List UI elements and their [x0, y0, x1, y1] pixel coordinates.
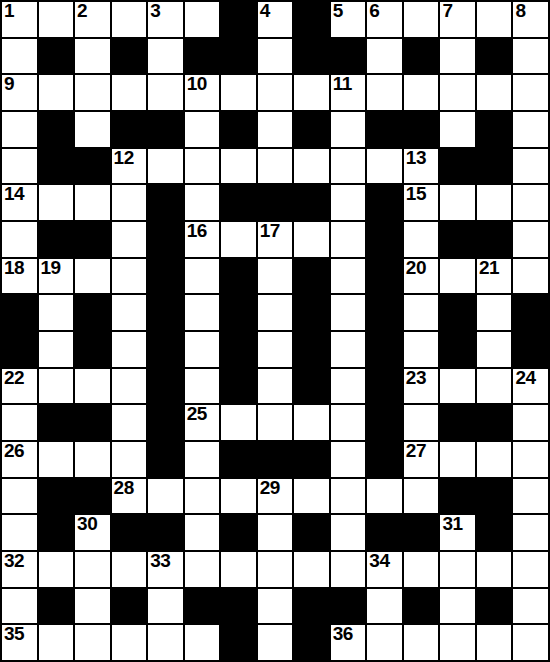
black-cell	[367, 369, 402, 404]
black-cell	[294, 442, 329, 477]
clue-number: 7	[442, 1, 452, 21]
white-cell[interactable]	[112, 332, 147, 367]
white-cell[interactable]	[294, 479, 329, 514]
white-cell[interactable]	[258, 75, 293, 110]
black-cell	[404, 515, 439, 550]
white-cell[interactable]	[404, 552, 439, 587]
white-cell[interactable]: 24	[513, 369, 548, 404]
white-cell[interactable]	[513, 515, 548, 550]
white-cell[interactable]: 9	[2, 75, 37, 110]
black-cell	[440, 405, 475, 440]
white-cell[interactable]	[477, 442, 512, 477]
white-cell[interactable]: 19	[39, 259, 74, 294]
white-cell[interactable]: 26	[2, 442, 37, 477]
black-cell	[39, 515, 74, 550]
clue-number: 15	[406, 184, 426, 204]
white-cell[interactable]	[258, 589, 293, 624]
black-cell	[2, 332, 37, 367]
white-cell[interactable]: 6	[367, 2, 402, 37]
white-cell[interactable]	[477, 369, 512, 404]
white-cell[interactable]	[404, 405, 439, 440]
black-cell	[221, 515, 256, 550]
white-cell[interactable]	[513, 39, 548, 74]
black-cell	[221, 185, 256, 220]
white-cell[interactable]	[39, 552, 74, 587]
white-cell[interactable]	[2, 589, 37, 624]
black-cell	[148, 112, 183, 147]
black-cell	[477, 39, 512, 74]
white-cell[interactable]: 30	[75, 515, 110, 550]
black-cell	[367, 515, 402, 550]
white-cell[interactable]	[75, 185, 110, 220]
white-cell[interactable]: 12	[112, 149, 147, 184]
white-cell[interactable]: 13	[404, 149, 439, 184]
white-cell[interactable]	[294, 405, 329, 440]
black-cell	[221, 332, 256, 367]
white-cell[interactable]	[258, 552, 293, 587]
black-cell	[294, 2, 329, 37]
black-cell	[477, 515, 512, 550]
clue-number: 18	[4, 258, 24, 278]
white-cell[interactable]	[185, 442, 220, 477]
white-cell[interactable]	[221, 552, 256, 587]
black-cell	[75, 295, 110, 330]
clue-number: 4	[260, 1, 270, 21]
white-cell[interactable]	[331, 149, 366, 184]
white-cell[interactable]: 16	[185, 222, 220, 257]
black-cell	[148, 185, 183, 220]
white-cell[interactable]	[513, 552, 548, 587]
white-cell[interactable]: 21	[477, 259, 512, 294]
white-cell[interactable]	[513, 625, 548, 660]
white-cell[interactable]: 20	[404, 259, 439, 294]
clue-number: 30	[77, 514, 97, 534]
clue-number: 35	[4, 624, 24, 644]
white-cell[interactable]: 8	[513, 2, 548, 37]
white-cell[interactable]	[75, 369, 110, 404]
white-cell[interactable]	[294, 149, 329, 184]
white-cell[interactable]	[39, 332, 74, 367]
black-cell	[148, 259, 183, 294]
white-cell[interactable]	[513, 149, 548, 184]
white-cell[interactable]: 2	[75, 2, 110, 37]
white-cell[interactable]	[75, 625, 110, 660]
white-cell[interactable]	[185, 149, 220, 184]
black-cell	[294, 295, 329, 330]
white-cell[interactable]	[2, 112, 37, 147]
white-cell[interactable]	[331, 369, 366, 404]
clue-number: 2	[77, 1, 87, 21]
white-cell[interactable]	[367, 75, 402, 110]
black-cell	[440, 479, 475, 514]
black-cell	[331, 589, 366, 624]
white-cell[interactable]: 29	[258, 479, 293, 514]
black-cell	[258, 185, 293, 220]
white-cell[interactable]	[185, 369, 220, 404]
white-cell[interactable]	[513, 259, 548, 294]
white-cell[interactable]	[112, 295, 147, 330]
black-cell	[294, 259, 329, 294]
white-cell[interactable]	[112, 625, 147, 660]
clue-number: 21	[479, 258, 499, 278]
black-cell	[148, 369, 183, 404]
white-cell[interactable]: 14	[2, 185, 37, 220]
white-cell[interactable]	[258, 39, 293, 74]
black-cell	[294, 185, 329, 220]
white-cell[interactable]	[440, 625, 475, 660]
white-cell[interactable]	[513, 405, 548, 440]
clue-number: 27	[406, 441, 426, 461]
white-cell[interactable]	[258, 625, 293, 660]
white-cell[interactable]	[148, 75, 183, 110]
white-cell[interactable]	[367, 625, 402, 660]
black-cell	[367, 442, 402, 477]
black-cell	[75, 332, 110, 367]
white-cell[interactable]	[404, 222, 439, 257]
black-cell	[148, 515, 183, 550]
white-cell[interactable]	[221, 405, 256, 440]
white-cell[interactable]	[2, 149, 37, 184]
white-cell[interactable]	[258, 112, 293, 147]
white-cell[interactable]	[148, 479, 183, 514]
white-cell[interactable]	[258, 295, 293, 330]
white-cell[interactable]: 18	[2, 259, 37, 294]
white-cell[interactable]	[75, 442, 110, 477]
white-cell[interactable]: 34	[367, 552, 402, 587]
white-cell[interactable]	[294, 552, 329, 587]
black-cell	[221, 39, 256, 74]
white-cell[interactable]	[39, 2, 74, 37]
white-cell[interactable]	[440, 112, 475, 147]
black-cell	[221, 442, 256, 477]
black-cell	[294, 589, 329, 624]
white-cell[interactable]	[2, 39, 37, 74]
clue-number: 29	[260, 478, 280, 498]
white-cell[interactable]	[112, 75, 147, 110]
white-cell[interactable]	[331, 479, 366, 514]
black-cell	[75, 405, 110, 440]
black-cell	[367, 259, 402, 294]
black-cell	[148, 332, 183, 367]
white-cell[interactable]	[440, 75, 475, 110]
white-cell[interactable]	[477, 332, 512, 367]
black-cell	[440, 332, 475, 367]
white-cell[interactable]	[331, 259, 366, 294]
white-cell[interactable]	[367, 39, 402, 74]
black-cell	[404, 39, 439, 74]
black-cell	[367, 332, 402, 367]
black-cell	[513, 332, 548, 367]
white-cell[interactable]	[513, 75, 548, 110]
white-cell[interactable]	[404, 332, 439, 367]
clue-number: 6	[369, 1, 379, 21]
white-cell[interactable]	[112, 2, 147, 37]
white-cell[interactable]: 25	[185, 405, 220, 440]
black-cell	[440, 222, 475, 257]
white-cell[interactable]	[185, 2, 220, 37]
white-cell[interactable]	[39, 185, 74, 220]
white-cell[interactable]: 23	[404, 369, 439, 404]
white-cell[interactable]	[440, 589, 475, 624]
white-cell[interactable]	[75, 39, 110, 74]
white-cell[interactable]	[75, 112, 110, 147]
black-cell	[477, 222, 512, 257]
white-cell[interactable]	[477, 75, 512, 110]
white-cell[interactable]	[39, 295, 74, 330]
black-cell	[148, 405, 183, 440]
white-cell[interactable]	[513, 185, 548, 220]
white-cell[interactable]	[440, 552, 475, 587]
clue-number: 10	[187, 74, 207, 94]
white-cell[interactable]: 27	[404, 442, 439, 477]
white-cell[interactable]	[513, 222, 548, 257]
white-cell[interactable]	[39, 369, 74, 404]
white-cell[interactable]: 11	[331, 75, 366, 110]
white-cell[interactable]	[75, 259, 110, 294]
white-cell[interactable]	[513, 112, 548, 147]
crossword-grid: 1234567891011121314151617181920212223242…	[0, 0, 550, 662]
black-cell	[477, 479, 512, 514]
white-cell[interactable]	[331, 332, 366, 367]
white-cell[interactable]	[367, 149, 402, 184]
white-cell[interactable]	[477, 2, 512, 37]
white-cell[interactable]	[477, 625, 512, 660]
black-cell	[221, 589, 256, 624]
white-cell[interactable]	[367, 479, 402, 514]
clue-number: 8	[515, 1, 525, 21]
white-cell[interactable]	[2, 515, 37, 550]
white-cell[interactable]: 5	[331, 2, 366, 37]
white-cell[interactable]	[221, 149, 256, 184]
white-cell[interactable]: 3	[148, 2, 183, 37]
clue-number: 19	[41, 258, 61, 278]
white-cell[interactable]: 17	[258, 222, 293, 257]
black-cell	[39, 589, 74, 624]
clue-number: 1	[4, 1, 14, 21]
white-cell[interactable]	[221, 479, 256, 514]
black-cell	[404, 589, 439, 624]
white-cell[interactable]	[148, 149, 183, 184]
black-cell	[294, 625, 329, 660]
clue-number: 11	[333, 74, 352, 94]
white-cell[interactable]	[294, 222, 329, 257]
clue-number: 17	[260, 221, 280, 241]
white-cell[interactable]	[112, 405, 147, 440]
black-cell	[112, 515, 147, 550]
white-cell[interactable]	[513, 442, 548, 477]
black-cell	[477, 112, 512, 147]
black-cell	[148, 295, 183, 330]
black-cell	[2, 295, 37, 330]
black-cell	[294, 332, 329, 367]
black-cell	[39, 39, 74, 74]
white-cell[interactable]	[148, 39, 183, 74]
white-cell[interactable]: 36	[331, 625, 366, 660]
white-cell[interactable]	[331, 295, 366, 330]
black-cell	[185, 39, 220, 74]
white-cell[interactable]	[185, 112, 220, 147]
white-cell[interactable]	[294, 75, 329, 110]
white-cell[interactable]	[477, 185, 512, 220]
white-cell[interactable]	[513, 479, 548, 514]
white-cell[interactable]: 1	[2, 2, 37, 37]
clue-number: 5	[333, 1, 343, 21]
white-cell[interactable]: 10	[185, 75, 220, 110]
black-cell	[112, 39, 147, 74]
black-cell	[221, 2, 256, 37]
black-cell	[112, 589, 147, 624]
white-cell[interactable]: 31	[440, 515, 475, 550]
black-cell	[148, 442, 183, 477]
white-cell[interactable]: 15	[404, 185, 439, 220]
white-cell[interactable]	[440, 442, 475, 477]
clue-number: 13	[406, 148, 426, 168]
clue-number: 28	[114, 478, 134, 498]
black-cell	[112, 112, 147, 147]
clue-number: 25	[187, 404, 207, 424]
white-cell[interactable]	[112, 222, 147, 257]
white-cell[interactable]	[404, 75, 439, 110]
clue-number: 14	[4, 184, 24, 204]
white-cell[interactable]	[39, 442, 74, 477]
clue-number: 12	[114, 148, 134, 168]
black-cell	[39, 405, 74, 440]
white-cell[interactable]	[185, 552, 220, 587]
white-cell[interactable]	[185, 332, 220, 367]
white-cell[interactable]: 7	[440, 2, 475, 37]
white-cell[interactable]	[331, 222, 366, 257]
white-cell[interactable]	[367, 589, 402, 624]
black-cell	[294, 369, 329, 404]
clue-number: 24	[515, 368, 535, 388]
black-cell	[367, 222, 402, 257]
clue-number: 33	[150, 551, 170, 571]
black-cell	[221, 625, 256, 660]
white-cell[interactable]	[258, 515, 293, 550]
white-cell[interactable]	[440, 39, 475, 74]
white-cell[interactable]	[331, 442, 366, 477]
white-cell[interactable]	[440, 369, 475, 404]
white-cell[interactable]	[185, 259, 220, 294]
white-cell[interactable]	[513, 589, 548, 624]
white-cell[interactable]	[39, 75, 74, 110]
white-cell[interactable]	[404, 479, 439, 514]
black-cell	[258, 442, 293, 477]
white-cell[interactable]	[148, 625, 183, 660]
black-cell	[221, 369, 256, 404]
black-cell	[148, 222, 183, 257]
black-cell	[440, 295, 475, 330]
white-cell[interactable]	[112, 369, 147, 404]
white-cell[interactable]	[258, 149, 293, 184]
clue-number: 23	[406, 368, 426, 388]
clue-number: 16	[187, 221, 207, 241]
white-cell[interactable]	[258, 332, 293, 367]
white-cell[interactable]	[185, 295, 220, 330]
white-cell[interactable]	[75, 552, 110, 587]
white-cell[interactable]	[2, 222, 37, 257]
white-cell[interactable]	[112, 259, 147, 294]
white-cell[interactable]	[221, 75, 256, 110]
white-cell[interactable]: 4	[258, 2, 293, 37]
white-cell[interactable]	[331, 185, 366, 220]
white-cell[interactable]	[258, 405, 293, 440]
black-cell	[294, 39, 329, 74]
black-cell	[477, 405, 512, 440]
black-cell	[39, 149, 74, 184]
white-cell[interactable]	[75, 75, 110, 110]
white-cell[interactable]	[258, 369, 293, 404]
black-cell	[221, 295, 256, 330]
clue-number: 32	[4, 551, 24, 571]
clue-number: 34	[369, 551, 389, 571]
white-cell[interactable]	[185, 185, 220, 220]
black-cell	[39, 112, 74, 147]
white-cell[interactable]	[112, 552, 147, 587]
white-cell[interactable]	[404, 2, 439, 37]
white-cell[interactable]	[440, 185, 475, 220]
white-cell[interactable]	[404, 295, 439, 330]
clue-number: 36	[333, 624, 353, 644]
white-cell[interactable]	[2, 405, 37, 440]
white-cell[interactable]	[185, 479, 220, 514]
black-cell	[404, 112, 439, 147]
white-cell[interactable]	[2, 479, 37, 514]
white-cell[interactable]	[440, 259, 475, 294]
white-cell[interactable]: 28	[112, 479, 147, 514]
black-cell	[75, 149, 110, 184]
white-cell[interactable]	[404, 625, 439, 660]
white-cell[interactable]: 33	[148, 552, 183, 587]
white-cell[interactable]: 22	[2, 369, 37, 404]
white-cell[interactable]	[331, 112, 366, 147]
white-cell[interactable]	[185, 515, 220, 550]
black-cell	[367, 185, 402, 220]
white-cell[interactable]	[75, 589, 110, 624]
black-cell	[75, 222, 110, 257]
clue-number: 9	[4, 74, 14, 94]
white-cell[interactable]	[221, 222, 256, 257]
clue-number: 3	[150, 1, 160, 21]
white-cell[interactable]	[39, 625, 74, 660]
black-cell	[294, 515, 329, 550]
white-cell[interactable]	[112, 442, 147, 477]
white-cell[interactable]	[331, 515, 366, 550]
clue-number: 22	[4, 368, 24, 388]
white-cell[interactable]	[477, 552, 512, 587]
white-cell[interactable]: 35	[2, 625, 37, 660]
black-cell	[39, 222, 74, 257]
white-cell[interactable]	[148, 589, 183, 624]
white-cell[interactable]	[112, 185, 147, 220]
black-cell	[367, 405, 402, 440]
clue-number: 26	[4, 441, 24, 461]
white-cell[interactable]	[258, 259, 293, 294]
black-cell	[477, 589, 512, 624]
white-cell[interactable]	[331, 405, 366, 440]
black-cell	[477, 149, 512, 184]
black-cell	[39, 479, 74, 514]
white-cell[interactable]: 32	[2, 552, 37, 587]
white-cell[interactable]	[331, 552, 366, 587]
black-cell	[331, 39, 366, 74]
black-cell	[221, 259, 256, 294]
clue-number: 20	[406, 258, 426, 278]
black-cell	[367, 112, 402, 147]
white-cell[interactable]	[477, 295, 512, 330]
black-cell	[440, 149, 475, 184]
white-cell[interactable]	[185, 625, 220, 660]
